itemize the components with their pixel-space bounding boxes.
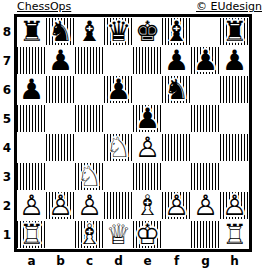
rank-label-5: 5 [1,104,13,133]
white-pawn[interactable]: ♙ [75,191,104,220]
square-c1[interactable]: ♝♗ [75,220,104,249]
square-g3[interactable] [191,162,220,191]
square-f4[interactable] [162,133,191,162]
square-e4[interactable]: ♟♙ [133,133,162,162]
black-pawn[interactable]: ♟ [17,75,46,104]
square-a4[interactable] [17,133,46,162]
square-d1[interactable]: ♛♕ [104,220,133,249]
file-label-g: g [191,255,220,268]
square-f7[interactable]: ♟ [162,46,191,75]
square-f1[interactable] [162,220,191,249]
square-e2[interactable]: ♝♗ [133,191,162,220]
square-d7[interactable] [104,46,133,75]
black-pawn[interactable]: ♟ [46,46,75,75]
square-h7[interactable]: ♟ [220,46,249,75]
file-label-e: e [133,255,162,268]
white-pawn[interactable]: ♙ [133,133,162,162]
square-e7[interactable] [133,46,162,75]
square-b5[interactable] [46,104,75,133]
square-b2[interactable]: ♟♙ [46,191,75,220]
black-queen[interactable]: ♛ [104,17,133,46]
rank-labels: 87654321 [1,17,13,249]
white-knight[interactable]: ♘ [75,162,104,191]
square-f5[interactable] [162,104,191,133]
square-c6[interactable] [75,75,104,104]
square-f8[interactable]: ♝ [162,17,191,46]
square-b1[interactable] [46,220,75,249]
square-d5[interactable] [104,104,133,133]
black-pawn[interactable]: ♟ [104,75,133,104]
white-pawn[interactable]: ♙ [191,191,220,220]
square-b4[interactable] [46,133,75,162]
black-bishop[interactable]: ♝ [75,17,104,46]
copyright-credit: © EUdesign [196,0,262,13]
square-a5[interactable] [17,104,46,133]
square-h2[interactable]: ♟♙ [220,191,249,220]
square-d8[interactable]: ♛ [104,17,133,46]
square-g1[interactable] [191,220,220,249]
white-king[interactable]: ♔ [133,220,162,249]
black-knight[interactable]: ♞ [46,17,75,46]
square-b3[interactable] [46,162,75,191]
square-g2[interactable]: ♟♙ [191,191,220,220]
rank-label-4: 4 [1,133,13,162]
white-pawn[interactable]: ♙ [162,191,191,220]
rank-label-7: 7 [1,46,13,75]
square-c7[interactable] [75,46,104,75]
square-c3[interactable]: ♞♘ [75,162,104,191]
white-rook[interactable]: ♖ [220,220,249,249]
rank-label-3: 3 [1,162,13,191]
square-a3[interactable] [17,162,46,191]
chessops-window: ChessOps © EUdesign 87654321 ♜♞♝♛♚♝♜♟♟♟♟… [0,0,270,270]
square-e5[interactable]: ♟ [133,104,162,133]
black-bishop[interactable]: ♝ [162,17,191,46]
square-a1[interactable]: ♜♖ [17,220,46,249]
white-queen[interactable]: ♕ [104,220,133,249]
square-f3[interactable] [162,162,191,191]
square-f6[interactable]: ♞ [162,75,191,104]
square-e6[interactable] [133,75,162,104]
square-c5[interactable] [75,104,104,133]
square-d3[interactable] [104,162,133,191]
square-h3[interactable] [220,162,249,191]
square-g5[interactable] [191,104,220,133]
file-label-d: d [104,255,133,268]
black-pawn[interactable]: ♟ [191,46,220,75]
file-label-a: a [17,255,46,268]
white-rook[interactable]: ♖ [17,220,46,249]
app-title: ChessOps [17,0,71,13]
square-a8[interactable]: ♜ [17,17,46,46]
square-e1[interactable]: ♚♔ [133,220,162,249]
square-h4[interactable] [220,133,249,162]
square-e8[interactable]: ♚ [133,17,162,46]
black-knight[interactable]: ♞ [162,75,191,104]
square-c2[interactable]: ♟♙ [75,191,104,220]
rank-label-1: 1 [1,220,13,249]
black-king[interactable]: ♚ [133,17,162,46]
square-f2[interactable]: ♟♙ [162,191,191,220]
white-pawn[interactable]: ♙ [17,191,46,220]
black-pawn[interactable]: ♟ [162,46,191,75]
square-d4[interactable]: ♞♘ [104,133,133,162]
square-h1[interactable]: ♜♖ [220,220,249,249]
square-a6[interactable]: ♟ [17,75,46,104]
black-pawn[interactable]: ♟ [133,104,162,133]
white-knight[interactable]: ♘ [104,133,133,162]
white-bishop[interactable]: ♗ [75,220,104,249]
square-a2[interactable]: ♟♙ [17,191,46,220]
square-b7[interactable]: ♟ [46,46,75,75]
chess-board: ♜♞♝♛♚♝♜♟♟♟♟♟♟♞♟♞♘♟♙♞♘♟♙♟♙♟♙♝♗♟♙♟♙♟♙♜♖♝♗♛… [14,14,252,252]
square-c8[interactable]: ♝ [75,17,104,46]
square-h5[interactable] [220,104,249,133]
black-rook[interactable]: ♜ [220,17,249,46]
rank-label-2: 2 [1,191,13,220]
square-d2[interactable] [104,191,133,220]
file-labels: abcdefgh [17,255,249,268]
rank-label-6: 6 [1,75,13,104]
file-label-b: b [46,255,75,268]
white-pawn[interactable]: ♙ [220,191,249,220]
square-g6[interactable] [191,75,220,104]
square-d6[interactable]: ♟ [104,75,133,104]
white-pawn[interactable]: ♙ [46,191,75,220]
rank-label-8: 8 [1,17,13,46]
black-pawn[interactable]: ♟ [220,46,249,75]
square-g4[interactable] [191,133,220,162]
square-g8[interactable] [191,17,220,46]
white-bishop[interactable]: ♗ [133,191,162,220]
square-b8[interactable]: ♞ [46,17,75,46]
file-label-c: c [75,255,104,268]
square-g7[interactable]: ♟ [191,46,220,75]
file-label-f: f [162,255,191,268]
square-h6[interactable] [220,75,249,104]
black-rook[interactable]: ♜ [17,17,46,46]
file-label-h: h [220,255,249,268]
square-e3[interactable] [133,162,162,191]
square-h8[interactable]: ♜ [220,17,249,46]
square-c4[interactable] [75,133,104,162]
square-b6[interactable] [46,75,75,104]
square-a7[interactable] [17,46,46,75]
